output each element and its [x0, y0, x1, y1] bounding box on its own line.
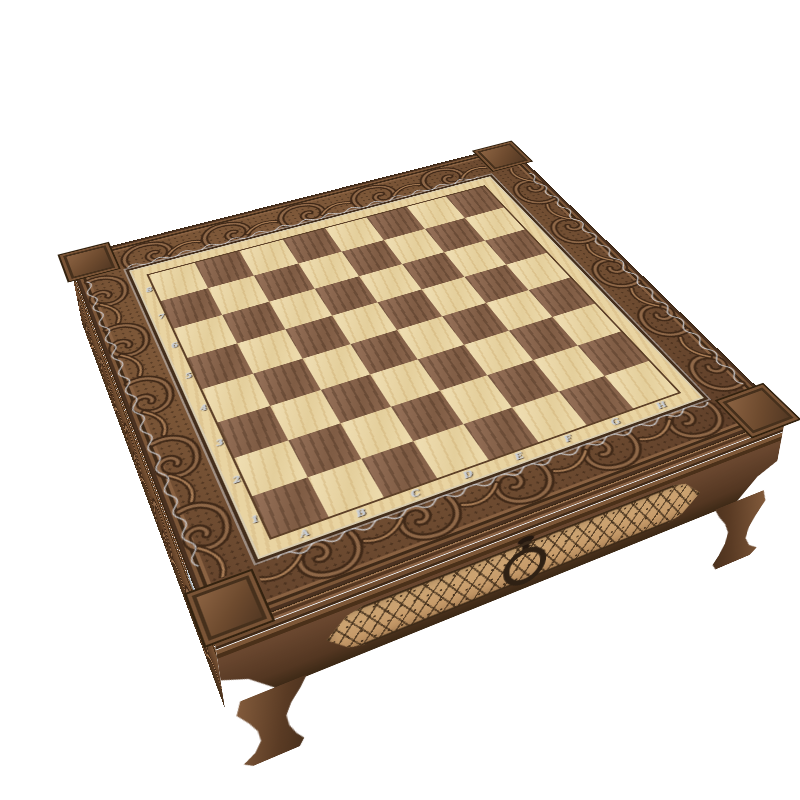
table-top: 87654321 ABCDEFGH [69, 146, 786, 633]
scene: 87654321 ABCDEFGH [0, 0, 800, 800]
product-photo-background: 87654321 ABCDEFGH [0, 0, 800, 800]
square-a7 [161, 288, 222, 328]
